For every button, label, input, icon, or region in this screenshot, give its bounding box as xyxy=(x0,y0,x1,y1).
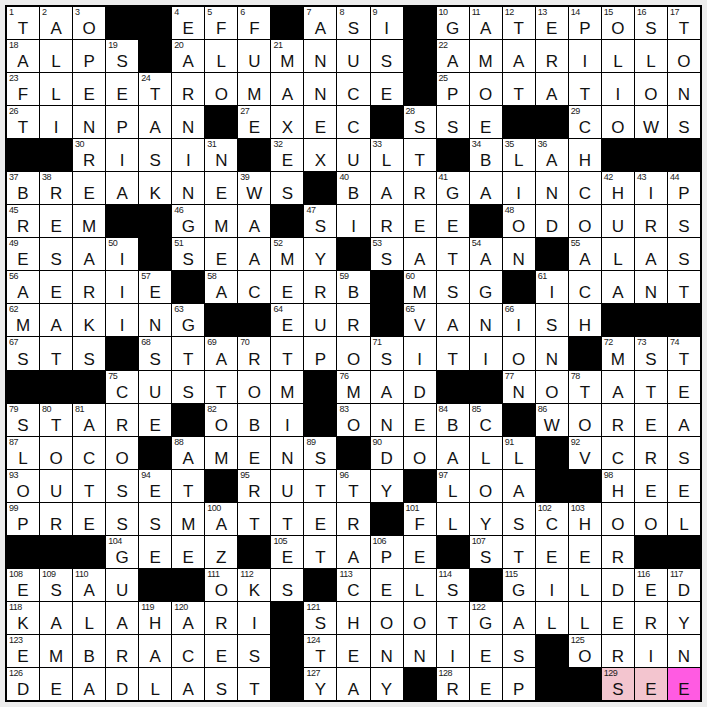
cell-r21c11[interactable]: A xyxy=(337,668,369,700)
cell-r10c18[interactable]: H xyxy=(569,304,601,336)
cell-r16c9[interactable]: T xyxy=(271,503,303,535)
cell-r12c5[interactable]: U xyxy=(139,371,171,403)
cell-r13c4[interactable]: R xyxy=(106,404,138,436)
cell-r13c21[interactable]: A xyxy=(668,404,700,436)
cell-r3c10[interactable]: N xyxy=(304,73,336,105)
cell-r1c18[interactable]: 14P xyxy=(569,7,601,39)
cell-r17c13[interactable]: E xyxy=(404,536,436,568)
cell-r16c11[interactable]: R xyxy=(337,503,369,535)
cell-r18c4[interactable]: U xyxy=(106,569,138,601)
cell-r11c14[interactable]: T xyxy=(437,337,469,369)
cell-r6c13[interactable]: R xyxy=(404,172,436,204)
cell-r2c14[interactable]: 22A xyxy=(437,40,469,72)
cell-r7c13[interactable]: E xyxy=(404,205,436,237)
cell-r1c2[interactable]: 2A xyxy=(40,7,72,39)
cell-r20c6[interactable]: C xyxy=(172,635,204,667)
cell-r13c19[interactable]: R xyxy=(602,404,634,436)
cell-r4c10[interactable]: E xyxy=(304,106,336,138)
cell-r16c20[interactable]: O xyxy=(635,503,667,535)
cell-r16c7[interactable]: 100A xyxy=(205,503,237,535)
cell-r17c15[interactable]: 107S xyxy=(470,536,502,568)
cell-r17c19[interactable]: R xyxy=(602,536,634,568)
cell-r1c6[interactable]: 4E xyxy=(172,7,204,39)
cell-r2c16[interactable]: A xyxy=(503,40,535,72)
cell-r13c20[interactable]: E xyxy=(635,404,667,436)
cell-r21c2[interactable]: E xyxy=(40,668,72,700)
cell-r12c19[interactable]: A xyxy=(602,371,634,403)
cell-r19c13[interactable]: O xyxy=(404,602,436,634)
cell-r21c10[interactable]: 127Y xyxy=(304,668,336,700)
cell-r12c4[interactable]: 75C xyxy=(106,371,138,403)
cell-r1c20[interactable]: 16S xyxy=(635,7,667,39)
cell-r17c7[interactable]: Z xyxy=(205,536,237,568)
cell-r7c19[interactable]: U xyxy=(602,205,634,237)
cell-r6c14[interactable]: 41G xyxy=(437,172,469,204)
cell-r6c4[interactable]: A xyxy=(106,172,138,204)
cell-r1c12[interactable]: 9I xyxy=(371,7,403,39)
cell-r17c6[interactable]: E xyxy=(172,536,204,568)
cell-r14c3[interactable]: C xyxy=(73,437,105,469)
cell-r9c15[interactable]: G xyxy=(470,271,502,303)
cell-r20c18[interactable]: 125O xyxy=(569,635,601,667)
cell-r13c9[interactable]: I xyxy=(271,404,303,436)
cell-r13c1[interactable]: 79S xyxy=(7,404,39,436)
cell-r19c14[interactable]: T xyxy=(437,602,469,634)
cell-r12c11[interactable]: 76M xyxy=(337,371,369,403)
cell-r13c5[interactable]: E xyxy=(139,404,171,436)
cell-r3c16[interactable]: T xyxy=(503,73,535,105)
cell-r3c3[interactable]: E xyxy=(73,73,105,105)
cell-r18c3[interactable]: 110A xyxy=(73,569,105,601)
cell-r11c16[interactable]: O xyxy=(503,337,535,369)
cell-r14c4[interactable]: O xyxy=(106,437,138,469)
cell-r14c21[interactable]: S xyxy=(668,437,700,469)
cell-r18c16[interactable]: 115G xyxy=(503,569,535,601)
cell-r18c19[interactable]: D xyxy=(602,569,634,601)
cell-r14c19[interactable]: C xyxy=(602,437,634,469)
cell-r10c3[interactable]: K xyxy=(73,304,105,336)
cell-r1c1[interactable]: 1T xyxy=(7,7,39,39)
cell-r4c19[interactable]: O xyxy=(602,106,634,138)
cell-r19c20[interactable]: R xyxy=(635,602,667,634)
cell-r6c7[interactable]: E xyxy=(205,172,237,204)
cell-r7c11[interactable]: I xyxy=(337,205,369,237)
cell-r2c3[interactable]: P xyxy=(73,40,105,72)
cell-r15c16[interactable]: A xyxy=(503,470,535,502)
cell-r19c3[interactable]: L xyxy=(73,602,105,634)
cell-r4c1[interactable]: 26T xyxy=(7,106,39,138)
cell-r21c19[interactable]: 129S xyxy=(602,668,634,700)
cell-r20c19[interactable]: R xyxy=(602,635,634,667)
cell-r19c2[interactable]: A xyxy=(40,602,72,634)
cell-r14c14[interactable]: A xyxy=(437,437,469,469)
cell-r19c15[interactable]: 122G xyxy=(470,602,502,634)
cell-r9c2[interactable]: E xyxy=(40,271,72,303)
cell-r5c7[interactable]: 31N xyxy=(205,139,237,171)
cell-r3c19[interactable]: I xyxy=(602,73,634,105)
cell-r3c4[interactable]: E xyxy=(106,73,138,105)
cell-r8c12[interactable]: 53S xyxy=(371,238,403,270)
cell-r4c15[interactable]: E xyxy=(470,106,502,138)
cell-r19c7[interactable]: R xyxy=(205,602,237,634)
cell-r3c8[interactable]: M xyxy=(238,73,270,105)
cell-r12c12[interactable]: A xyxy=(371,371,403,403)
cell-r15c21[interactable]: E xyxy=(668,470,700,502)
cell-r16c1[interactable]: 99P xyxy=(7,503,39,535)
cell-r6c15[interactable]: A xyxy=(470,172,502,204)
cell-r21c15[interactable]: E xyxy=(470,668,502,700)
cell-r5c13[interactable]: T xyxy=(404,139,436,171)
cell-r20c20[interactable]: I xyxy=(635,635,667,667)
cell-r4c6[interactable]: N xyxy=(172,106,204,138)
cell-r9c20[interactable]: N xyxy=(635,271,667,303)
cell-r11c9[interactable]: T xyxy=(271,337,303,369)
cell-r6c5[interactable]: K xyxy=(139,172,171,204)
cell-r20c8[interactable]: S xyxy=(238,635,270,667)
cell-r12c6[interactable]: S xyxy=(172,371,204,403)
cell-r15c20[interactable]: E xyxy=(635,470,667,502)
cell-r12c8[interactable]: O xyxy=(238,371,270,403)
cell-r19c21[interactable]: Y xyxy=(668,602,700,634)
cell-r8c21[interactable]: S xyxy=(668,238,700,270)
cell-r18c13[interactable]: L xyxy=(404,569,436,601)
cell-r5c16[interactable]: 35L xyxy=(503,139,535,171)
cell-r19c1[interactable]: 118K xyxy=(7,602,39,634)
cell-r5c9[interactable]: 32E xyxy=(271,139,303,171)
cell-r11c2[interactable]: T xyxy=(40,337,72,369)
cell-r18c11[interactable]: 113C xyxy=(337,569,369,601)
cell-r1c19[interactable]: 15O xyxy=(602,7,634,39)
cell-r4c2[interactable]: I xyxy=(40,106,72,138)
cell-r16c8[interactable]: T xyxy=(238,503,270,535)
cell-r20c10[interactable]: 124T xyxy=(304,635,336,667)
cell-r11c15[interactable]: I xyxy=(470,337,502,369)
cell-r11c21[interactable]: 74T xyxy=(668,337,700,369)
cell-r19c18[interactable]: L xyxy=(569,602,601,634)
cell-r11c17[interactable]: N xyxy=(536,337,568,369)
cell-r19c12[interactable]: O xyxy=(371,602,403,634)
cell-r13c18[interactable]: O xyxy=(569,404,601,436)
cell-r12c17[interactable]: O xyxy=(536,371,568,403)
cell-r10c10[interactable]: U xyxy=(304,304,336,336)
cell-r13c2[interactable]: 80T xyxy=(40,404,72,436)
cell-r16c18[interactable]: 103H xyxy=(569,503,601,535)
cell-r8c9[interactable]: 52M xyxy=(271,238,303,270)
cell-r14c8[interactable]: E xyxy=(238,437,270,469)
cell-r14c13[interactable]: O xyxy=(404,437,436,469)
cell-r19c5[interactable]: 119H xyxy=(139,602,171,634)
cell-r10c1[interactable]: 62M xyxy=(7,304,39,336)
cell-r10c14[interactable]: A xyxy=(437,304,469,336)
cell-r20c7[interactable]: E xyxy=(205,635,237,667)
cell-r16c4[interactable]: S xyxy=(106,503,138,535)
cell-r3c9[interactable]: A xyxy=(271,73,303,105)
cell-r14c10[interactable]: 89S xyxy=(304,437,336,469)
cell-r8c14[interactable]: T xyxy=(437,238,469,270)
cell-r20c5[interactable]: A xyxy=(139,635,171,667)
cell-r9c21[interactable]: T xyxy=(668,271,700,303)
cell-r6c20[interactable]: 43I xyxy=(635,172,667,204)
cell-r17c10[interactable]: T xyxy=(304,536,336,568)
cell-r21c3[interactable]: A xyxy=(73,668,105,700)
cell-r5c17[interactable]: 36A xyxy=(536,139,568,171)
cell-r21c14[interactable]: 128R xyxy=(437,668,469,700)
cell-r7c3[interactable]: M xyxy=(73,205,105,237)
cell-r11c7[interactable]: 69A xyxy=(205,337,237,369)
cell-r9c14[interactable]: S xyxy=(437,271,469,303)
cell-r12c18[interactable]: 78T xyxy=(569,371,601,403)
cell-r6c6[interactable]: N xyxy=(172,172,204,204)
cell-r3c6[interactable]: R xyxy=(172,73,204,105)
cell-r18c2[interactable]: 109S xyxy=(40,569,72,601)
cell-r21c1[interactable]: 126D xyxy=(7,668,39,700)
cell-r20c13[interactable]: N xyxy=(404,635,436,667)
cell-r6c1[interactable]: 37B xyxy=(7,172,39,204)
cell-r1c8[interactable]: 6F xyxy=(238,7,270,39)
cell-r15c2[interactable]: U xyxy=(40,470,72,502)
cell-r8c4[interactable]: 50I xyxy=(106,238,138,270)
cell-r14c18[interactable]: 92V xyxy=(569,437,601,469)
cell-r15c19[interactable]: 98H xyxy=(602,470,634,502)
cell-r2c9[interactable]: 21M xyxy=(271,40,303,72)
cell-r6c21[interactable]: 44P xyxy=(668,172,700,204)
cell-r16c2[interactable]: R xyxy=(40,503,72,535)
cell-r11c5[interactable]: 68S xyxy=(139,337,171,369)
cell-r14c7[interactable]: M xyxy=(205,437,237,469)
cell-r3c20[interactable]: O xyxy=(635,73,667,105)
cell-r2c12[interactable]: S xyxy=(371,40,403,72)
cell-r4c4[interactable]: P xyxy=(106,106,138,138)
cell-r2c11[interactable]: U xyxy=(337,40,369,72)
cell-r7c18[interactable]: O xyxy=(569,205,601,237)
cell-r7c12[interactable]: R xyxy=(371,205,403,237)
cell-r19c4[interactable]: A xyxy=(106,602,138,634)
cell-r6c16[interactable]: I xyxy=(503,172,535,204)
cell-r1c10[interactable]: 7A xyxy=(304,7,336,39)
cell-r17c11[interactable]: A xyxy=(337,536,369,568)
cell-r16c5[interactable]: S xyxy=(139,503,171,535)
cell-r15c5[interactable]: 94E xyxy=(139,470,171,502)
cell-r6c12[interactable]: A xyxy=(371,172,403,204)
cell-r7c6[interactable]: 46G xyxy=(172,205,204,237)
cell-r2c21[interactable]: O xyxy=(668,40,700,72)
cell-r18c12[interactable]: E xyxy=(371,569,403,601)
cell-r21c7[interactable]: S xyxy=(205,668,237,700)
cell-r8c15[interactable]: 54A xyxy=(470,238,502,270)
cell-r9c19[interactable]: A xyxy=(602,271,634,303)
cell-r17c9[interactable]: 105E xyxy=(271,536,303,568)
cell-r5c6[interactable]: I xyxy=(172,139,204,171)
cell-r17c4[interactable]: 104G xyxy=(106,536,138,568)
cell-r10c2[interactable]: A xyxy=(40,304,72,336)
cell-r6c2[interactable]: 38R xyxy=(40,172,72,204)
cell-r5c10[interactable]: X xyxy=(304,139,336,171)
cell-r8c8[interactable]: A xyxy=(238,238,270,270)
cell-r4c5[interactable]: A xyxy=(139,106,171,138)
cell-r18c20[interactable]: 116E xyxy=(635,569,667,601)
cell-r5c11[interactable]: U xyxy=(337,139,369,171)
cell-r15c12[interactable]: Y xyxy=(371,470,403,502)
cell-r12c20[interactable]: T xyxy=(635,371,667,403)
cell-r17c18[interactable]: E xyxy=(569,536,601,568)
cell-r14c1[interactable]: 87L xyxy=(7,437,39,469)
cell-r2c18[interactable]: I xyxy=(569,40,601,72)
cell-r13c12[interactable]: N xyxy=(371,404,403,436)
cell-r1c7[interactable]: 5F xyxy=(205,7,237,39)
cell-r18c14[interactable]: 114S xyxy=(437,569,469,601)
cell-r4c18[interactable]: 29C xyxy=(569,106,601,138)
cell-r7c1[interactable]: 45R xyxy=(7,205,39,237)
cell-r9c7[interactable]: 58A xyxy=(205,271,237,303)
cell-r4c8[interactable]: 27E xyxy=(238,106,270,138)
cell-r9c3[interactable]: R xyxy=(73,271,105,303)
cell-r18c17[interactable]: I xyxy=(536,569,568,601)
cell-r14c16[interactable]: 91L xyxy=(503,437,535,469)
cell-r11c8[interactable]: 70R xyxy=(238,337,270,369)
cell-r10c5[interactable]: N xyxy=(139,304,171,336)
cell-r20c2[interactable]: M xyxy=(40,635,72,667)
cell-r10c13[interactable]: 65V xyxy=(404,304,436,336)
cell-r20c14[interactable]: I xyxy=(437,635,469,667)
cell-r3c11[interactable]: C xyxy=(337,73,369,105)
cell-r15c6[interactable]: T xyxy=(172,470,204,502)
cell-r9c8[interactable]: C xyxy=(238,271,270,303)
cell-r2c2[interactable]: L xyxy=(40,40,72,72)
cell-r7c16[interactable]: 48O xyxy=(503,205,535,237)
cell-r16c16[interactable]: S xyxy=(503,503,535,535)
cell-r7c17[interactable]: D xyxy=(536,205,568,237)
cell-r6c8[interactable]: 39W xyxy=(238,172,270,204)
cell-r9c4[interactable]: I xyxy=(106,271,138,303)
cell-r2c20[interactable]: L xyxy=(635,40,667,72)
cell-r11c12[interactable]: 71S xyxy=(371,337,403,369)
cell-r21c8[interactable]: T xyxy=(238,668,270,700)
cell-r6c19[interactable]: 42H xyxy=(602,172,634,204)
cell-r7c10[interactable]: 47S xyxy=(304,205,336,237)
cell-r13c14[interactable]: 84B xyxy=(437,404,469,436)
cell-r13c13[interactable]: E xyxy=(404,404,436,436)
cell-r15c14[interactable]: 97L xyxy=(437,470,469,502)
cell-r16c14[interactable]: L xyxy=(437,503,469,535)
cell-r15c3[interactable]: T xyxy=(73,470,105,502)
cell-r7c7[interactable]: M xyxy=(205,205,237,237)
cell-r3c7[interactable]: O xyxy=(205,73,237,105)
cell-r2c17[interactable]: R xyxy=(536,40,568,72)
cell-r7c14[interactable]: E xyxy=(437,205,469,237)
cell-r20c1[interactable]: 123E xyxy=(7,635,39,667)
cell-r3c2[interactable]: L xyxy=(40,73,72,105)
cell-r17c5[interactable]: E xyxy=(139,536,171,568)
cell-r10c17[interactable]: S xyxy=(536,304,568,336)
cell-r5c18[interactable]: H xyxy=(569,139,601,171)
cell-r21c16[interactable]: P xyxy=(503,668,535,700)
cell-r15c15[interactable]: O xyxy=(470,470,502,502)
cell-r12c21[interactable]: E xyxy=(668,371,700,403)
cell-r1c21[interactable]: 17T xyxy=(668,7,700,39)
cell-r3c14[interactable]: 25P xyxy=(437,73,469,105)
cell-r7c20[interactable]: R xyxy=(635,205,667,237)
cell-r4c9[interactable]: X xyxy=(271,106,303,138)
cell-r10c9[interactable]: 64E xyxy=(271,304,303,336)
cell-r8c19[interactable]: L xyxy=(602,238,634,270)
cell-r12c7[interactable]: T xyxy=(205,371,237,403)
cell-r9c17[interactable]: 61I xyxy=(536,271,568,303)
cell-r9c5[interactable]: 57E xyxy=(139,271,171,303)
cell-r8c6[interactable]: 51S xyxy=(172,238,204,270)
cell-r15c11[interactable]: 96T xyxy=(337,470,369,502)
cell-r2c1[interactable]: 18A xyxy=(7,40,39,72)
cell-r3c18[interactable]: T xyxy=(569,73,601,105)
cell-r8c3[interactable]: A xyxy=(73,238,105,270)
cell-r5c4[interactable]: I xyxy=(106,139,138,171)
cell-r16c13[interactable]: 101F xyxy=(404,503,436,535)
cell-r11c6[interactable]: T xyxy=(172,337,204,369)
cell-r3c21[interactable]: N xyxy=(668,73,700,105)
cell-r1c3[interactable]: 3O xyxy=(73,7,105,39)
cell-r19c16[interactable]: A xyxy=(503,602,535,634)
cell-r9c9[interactable]: E xyxy=(271,271,303,303)
cell-r13c8[interactable]: B xyxy=(238,404,270,436)
cell-r20c3[interactable]: B xyxy=(73,635,105,667)
cell-r20c12[interactable]: N xyxy=(371,635,403,667)
cell-r21c6[interactable]: A xyxy=(172,668,204,700)
cell-r8c2[interactable]: S xyxy=(40,238,72,270)
cell-r4c20[interactable]: W xyxy=(635,106,667,138)
cell-r11c13[interactable]: I xyxy=(404,337,436,369)
cell-r16c6[interactable]: M xyxy=(172,503,204,535)
cell-r4c3[interactable]: N xyxy=(73,106,105,138)
cell-r11c1[interactable]: 67S xyxy=(7,337,39,369)
cell-r6c3[interactable]: E xyxy=(73,172,105,204)
cell-r14c12[interactable]: 90D xyxy=(371,437,403,469)
cell-r11c20[interactable]: 73S xyxy=(635,337,667,369)
cell-r11c19[interactable]: 72M xyxy=(602,337,634,369)
cell-r9c13[interactable]: 60M xyxy=(404,271,436,303)
cell-r2c8[interactable]: U xyxy=(238,40,270,72)
cell-r15c8[interactable]: 95R xyxy=(238,470,270,502)
cell-r17c17[interactable]: E xyxy=(536,536,568,568)
cell-r3c5[interactable]: 24T xyxy=(139,73,171,105)
cell-r20c4[interactable]: R xyxy=(106,635,138,667)
cell-r11c11[interactable]: O xyxy=(337,337,369,369)
cell-r21c4[interactable]: D xyxy=(106,668,138,700)
cell-r9c10[interactable]: R xyxy=(304,271,336,303)
cell-r19c8[interactable]: I xyxy=(238,602,270,634)
cell-r13c7[interactable]: 82O xyxy=(205,404,237,436)
cell-r4c13[interactable]: 28S xyxy=(404,106,436,138)
cell-r6c17[interactable]: N xyxy=(536,172,568,204)
cell-r4c14[interactable]: S xyxy=(437,106,469,138)
cell-r15c4[interactable]: S xyxy=(106,470,138,502)
cell-r19c19[interactable]: E xyxy=(602,602,634,634)
cell-r8c20[interactable]: A xyxy=(635,238,667,270)
cell-r16c10[interactable]: E xyxy=(304,503,336,535)
cell-r11c3[interactable]: S xyxy=(73,337,105,369)
cell-r4c11[interactable]: C xyxy=(337,106,369,138)
cell-r1c14[interactable]: 10G xyxy=(437,7,469,39)
cell-r2c7[interactable]: L xyxy=(205,40,237,72)
cell-r19c17[interactable]: L xyxy=(536,602,568,634)
cell-r18c8[interactable]: 112K xyxy=(238,569,270,601)
cell-r8c13[interactable]: A xyxy=(404,238,436,270)
cell-r12c13[interactable]: D xyxy=(404,371,436,403)
cell-r18c18[interactable]: L xyxy=(569,569,601,601)
cell-r15c10[interactable]: T xyxy=(304,470,336,502)
cell-r18c9[interactable]: S xyxy=(271,569,303,601)
cell-r16c15[interactable]: Y xyxy=(470,503,502,535)
cell-r18c1[interactable]: 108E xyxy=(7,569,39,601)
cell-r8c10[interactable]: Y xyxy=(304,238,336,270)
